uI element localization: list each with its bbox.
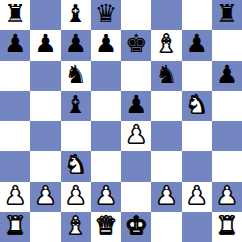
piece-black-rook[interactable]: ♜ (4, 0, 26, 29)
piece-white-pawn[interactable]: ♟ (4, 182, 26, 211)
square-h1[interactable]: ♜ (212, 212, 242, 242)
piece-black-pawn[interactable]: ♟ (64, 30, 86, 59)
square-b6[interactable] (30, 61, 60, 91)
piece-black-queen[interactable]: ♛ (95, 0, 117, 29)
square-c5[interactable]: ♝ (61, 91, 91, 121)
square-e2[interactable] (121, 182, 151, 212)
square-g7[interactable]: ♟ (182, 30, 212, 60)
square-b3[interactable] (30, 151, 60, 181)
piece-white-knight[interactable]: ♞ (185, 91, 207, 120)
square-f1[interactable] (151, 212, 181, 242)
square-c8[interactable]: ♝ (61, 0, 91, 30)
square-h2[interactable]: ♟ (212, 182, 242, 212)
chess-board: ♜♝♛♜♟♟♟♟♚♝♟♞♞♟♝♟♞♟♞♟♟♟♟♟♟♟♜♝♛♚♜ (0, 0, 242, 242)
square-g5[interactable]: ♞ (182, 91, 212, 121)
piece-white-bishop[interactable]: ♝ (64, 212, 86, 241)
square-e6[interactable] (121, 61, 151, 91)
piece-white-pawn[interactable]: ♟ (64, 182, 86, 211)
square-c1[interactable]: ♝ (61, 212, 91, 242)
square-c6[interactable]: ♞ (61, 61, 91, 91)
piece-white-pawn[interactable]: ♟ (95, 182, 117, 211)
square-g3[interactable] (182, 151, 212, 181)
square-h3[interactable] (212, 151, 242, 181)
square-f6[interactable]: ♞ (151, 61, 181, 91)
square-d6[interactable] (91, 61, 121, 91)
square-c3[interactable]: ♞ (61, 151, 91, 181)
square-b7[interactable]: ♟ (30, 30, 60, 60)
square-a1[interactable]: ♜ (0, 212, 30, 242)
square-a6[interactable] (0, 61, 30, 91)
square-e1[interactable]: ♚ (121, 212, 151, 242)
piece-white-bishop[interactable]: ♝ (155, 30, 177, 59)
square-d5[interactable] (91, 91, 121, 121)
piece-black-bishop[interactable]: ♝ (64, 91, 86, 120)
piece-white-king[interactable]: ♚ (125, 212, 147, 241)
square-e4[interactable]: ♟ (121, 121, 151, 151)
square-g4[interactable] (182, 121, 212, 151)
square-d8[interactable]: ♛ (91, 0, 121, 30)
piece-white-pawn[interactable]: ♟ (125, 121, 147, 150)
square-g8[interactable] (182, 0, 212, 30)
square-g2[interactable]: ♟ (182, 182, 212, 212)
piece-white-pawn[interactable]: ♟ (155, 182, 177, 211)
square-f5[interactable] (151, 91, 181, 121)
square-a3[interactable] (0, 151, 30, 181)
square-e7[interactable]: ♚ (121, 30, 151, 60)
piece-white-pawn[interactable]: ♟ (34, 182, 56, 211)
square-c7[interactable]: ♟ (61, 30, 91, 60)
square-a2[interactable]: ♟ (0, 182, 30, 212)
square-d3[interactable] (91, 151, 121, 181)
piece-white-queen[interactable]: ♛ (95, 212, 117, 241)
piece-white-rook[interactable]: ♜ (4, 212, 26, 241)
square-a7[interactable]: ♟ (0, 30, 30, 60)
square-c2[interactable]: ♟ (61, 182, 91, 212)
chess-board-container: ♜♝♛♜♟♟♟♟♚♝♟♞♞♟♝♟♞♟♞♟♟♟♟♟♟♟♜♝♛♚♜ (0, 0, 242, 242)
square-g1[interactable] (182, 212, 212, 242)
square-h5[interactable] (212, 91, 242, 121)
piece-black-knight[interactable]: ♞ (155, 61, 177, 90)
square-d1[interactable]: ♛ (91, 212, 121, 242)
square-c4[interactable] (61, 121, 91, 151)
square-b2[interactable]: ♟ (30, 182, 60, 212)
square-d7[interactable]: ♟ (91, 30, 121, 60)
square-b5[interactable] (30, 91, 60, 121)
piece-black-knight[interactable]: ♞ (64, 61, 86, 90)
piece-white-pawn[interactable]: ♟ (216, 182, 238, 211)
square-g6[interactable] (182, 61, 212, 91)
piece-black-pawn[interactable]: ♟ (4, 30, 26, 59)
square-a5[interactable] (0, 91, 30, 121)
piece-black-bishop[interactable]: ♝ (64, 0, 86, 29)
square-d2[interactable]: ♟ (91, 182, 121, 212)
square-a8[interactable]: ♜ (0, 0, 30, 30)
square-h4[interactable] (212, 121, 242, 151)
square-f2[interactable]: ♟ (151, 182, 181, 212)
square-h8[interactable]: ♜ (212, 0, 242, 30)
piece-black-rook[interactable]: ♜ (216, 0, 238, 29)
square-f8[interactable] (151, 0, 181, 30)
square-f3[interactable] (151, 151, 181, 181)
square-f7[interactable]: ♝ (151, 30, 181, 60)
square-e3[interactable] (121, 151, 151, 181)
square-b4[interactable] (30, 121, 60, 151)
piece-black-pawn[interactable]: ♟ (185, 30, 207, 59)
square-h6[interactable]: ♟ (212, 61, 242, 91)
piece-black-pawn[interactable]: ♟ (34, 30, 56, 59)
square-d4[interactable] (91, 121, 121, 151)
square-f4[interactable] (151, 121, 181, 151)
square-e8[interactable] (121, 0, 151, 30)
piece-black-pawn[interactable]: ♟ (95, 30, 117, 59)
piece-black-pawn[interactable]: ♟ (125, 91, 147, 120)
piece-white-pawn[interactable]: ♟ (185, 182, 207, 211)
square-b8[interactable] (30, 0, 60, 30)
square-h7[interactable] (212, 30, 242, 60)
piece-black-king[interactable]: ♚ (125, 30, 147, 59)
piece-black-pawn[interactable]: ♟ (216, 61, 238, 90)
square-e5[interactable]: ♟ (121, 91, 151, 121)
square-b1[interactable] (30, 212, 60, 242)
piece-white-rook[interactable]: ♜ (216, 212, 238, 241)
square-a4[interactable] (0, 121, 30, 151)
piece-white-knight[interactable]: ♞ (64, 151, 86, 180)
